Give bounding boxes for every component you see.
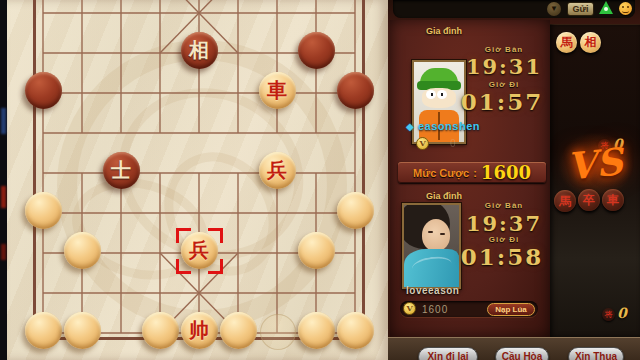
hidden-dark-piece[interactable] (298, 32, 335, 69)
board-pieces-layer: 相車士兵兵帅 (7, 0, 388, 360)
hidden-light-piece[interactable] (337, 192, 374, 229)
hidden-light-piece[interactable] (64, 232, 101, 269)
player1-coin-icon: V (416, 137, 429, 150)
match-side-panel: ▼ Gửi Gia đình Giờ Bàn 19:31 01:57 Giờ Đ… (388, 0, 640, 360)
badge-bottom-count: 0 (617, 305, 627, 321)
captured-piece-ma: 馬 (556, 32, 577, 53)
undo-request-button[interactable]: Xin đi lại (418, 347, 478, 360)
resign-button[interactable]: Xin Thua (568, 347, 624, 360)
hidden-dark-piece[interactable] (337, 72, 374, 109)
chat-dropdown-icon[interactable]: ▼ (547, 2, 561, 16)
selected-piece-marker (176, 228, 223, 274)
piece-帅[interactable]: 帅 (181, 312, 218, 349)
quick-chat-icon[interactable] (599, 1, 613, 14)
hidden-light-piece[interactable] (25, 312, 62, 349)
chat-send-button[interactable]: Gửi (567, 2, 594, 16)
chat-input-bar[interactable]: ▼ Gửi (393, 0, 635, 18)
ghost-square-marker (260, 314, 296, 350)
hidden-light-piece[interactable] (142, 312, 179, 349)
player2-move-time: 01:58 (442, 243, 562, 270)
player2-total-time: 19:37 (444, 211, 564, 236)
topup-button[interactable]: Nạp Lúa (487, 303, 535, 316)
player1-move-time: 01:57 (442, 88, 562, 115)
piece-相[interactable]: 相 (181, 32, 218, 69)
gem-icon: ◆ (406, 121, 414, 132)
hidden-light-piece[interactable] (220, 312, 257, 349)
action-bar: Xin đi lại Cầu Hòa Xin Thua (388, 337, 640, 360)
captured-piece-tuong: 相 (580, 32, 601, 53)
game-screen: 相車士兵兵帅 ▼ Gửi Gia đình Giờ Bàn 19:31 01:5… (0, 0, 640, 360)
player1-total-time: 19:31 (444, 54, 564, 79)
player1-total-time-label: Giờ Bàn (454, 45, 554, 54)
player2-balance-bar: V 1600 Nạp Lúa (400, 301, 538, 317)
player2-total-time-label: Giờ Bàn (454, 201, 554, 210)
players-column: Gia đình Giờ Bàn 19:31 01:57 Giờ Đi 01:5… (390, 20, 550, 337)
piece-兵[interactable]: 兵 (259, 152, 296, 189)
player2-coin-icon: V (403, 302, 416, 315)
player1-name: easonshen (418, 120, 480, 132)
hidden-dark-piece[interactable] (25, 72, 62, 109)
piece-車[interactable]: 車 (259, 72, 296, 109)
bet-value: 1600 (481, 162, 531, 183)
player2-balance: 1600 (422, 304, 448, 315)
versus-column: 馬 相 将 0 VS 馬 卒 車 将 0 (550, 24, 640, 337)
captured-piece-xe: 車 (602, 189, 624, 211)
player1-clan-label: Gia đình (426, 26, 462, 36)
hidden-light-piece[interactable] (64, 312, 101, 349)
captured-piece-tot: 卒 (578, 189, 600, 211)
bet-bar: Mức Cược : 1600 (398, 162, 546, 183)
emoji-icon[interactable] (619, 2, 632, 15)
badge-bottom-piece-icon: 将 (602, 308, 615, 321)
captured-piece-ma-2: 馬 (554, 190, 576, 212)
bet-separator: : (473, 167, 477, 179)
bet-label: Mức Cược (413, 167, 469, 179)
hidden-light-piece[interactable] (25, 192, 62, 229)
xiangqi-board[interactable]: 相車士兵兵帅 (7, 0, 388, 360)
player2-name: loveeason (406, 285, 459, 296)
adjacent-screen-sliver (0, 0, 7, 360)
hidden-light-piece[interactable] (337, 312, 374, 349)
piece-士[interactable]: 士 (103, 152, 140, 189)
player2-clan-label: Gia đình (426, 191, 462, 201)
hidden-light-piece[interactable] (298, 312, 335, 349)
hidden-light-piece[interactable] (298, 232, 335, 269)
draw-offer-button[interactable]: Cầu Hòa (495, 347, 549, 360)
player1-balance: 0 (450, 138, 456, 149)
piece-兵[interactable]: 兵 (181, 232, 218, 269)
vs-emblem: VS (548, 137, 640, 190)
